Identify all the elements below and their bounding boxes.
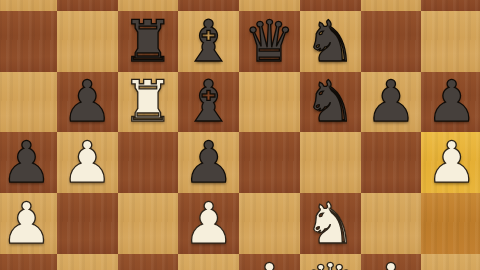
black-knight-f6[interactable]: ♞ <box>300 72 361 133</box>
black-pawn-h6[interactable]: ♟ <box>421 72 480 133</box>
square-c7[interactable]: ♜ <box>118 11 179 72</box>
square-b6[interactable]: ♟ <box>57 72 118 133</box>
white-pawn-g3[interactable]: ♟ <box>361 254 422 270</box>
square-g6[interactable]: ♟ <box>361 72 422 133</box>
square-a8[interactable] <box>0 0 57 11</box>
black-bishop-d6[interactable]: ♝ <box>178 72 239 133</box>
square-g3[interactable]: ♟ <box>361 254 422 270</box>
square-f6[interactable]: ♞ <box>300 72 361 133</box>
square-h4[interactable] <box>421 193 480 254</box>
square-f5[interactable] <box>300 132 361 193</box>
square-h7[interactable] <box>421 11 480 72</box>
square-h3[interactable] <box>421 254 480 270</box>
square-d6[interactable]: ♝ <box>178 72 239 133</box>
white-pawn-a4[interactable]: ♟ <box>0 193 57 254</box>
white-pawn-e3[interactable]: ♟ <box>239 254 300 270</box>
black-pawn-d5[interactable]: ♟ <box>178 132 239 193</box>
square-b3[interactable] <box>57 254 118 270</box>
white-rook-c6[interactable]: ♜ <box>118 72 179 133</box>
white-pawn-d4[interactable]: ♟ <box>178 193 239 254</box>
square-d5[interactable]: ♟ <box>178 132 239 193</box>
square-c5[interactable] <box>118 132 179 193</box>
square-h8[interactable] <box>421 0 480 11</box>
square-e3[interactable]: ♟ <box>239 254 300 270</box>
square-b4[interactable] <box>57 193 118 254</box>
chess-board: ♜♝♛♞♟♜♝♞♟♟♟♟♟♟♟♟♞♟♛♟♝♟ <box>0 0 480 270</box>
square-d4[interactable]: ♟ <box>178 193 239 254</box>
square-a5[interactable]: ♟ <box>0 132 57 193</box>
chess-app-viewport: ♜♝♛♞♟♜♝♞♟♟♟♟♟♟♟♟♞♟♛♟♝♟ <box>0 0 480 270</box>
square-e4[interactable] <box>239 193 300 254</box>
square-h5[interactable]: ♟ <box>421 132 480 193</box>
black-pawn-g6[interactable]: ♟ <box>361 72 422 133</box>
black-rook-c7[interactable]: ♜ <box>118 11 179 72</box>
square-e5[interactable] <box>239 132 300 193</box>
white-queen-f3[interactable]: ♛ <box>300 254 361 270</box>
square-c3[interactable] <box>118 254 179 270</box>
square-g4[interactable] <box>361 193 422 254</box>
square-b8[interactable] <box>57 0 118 11</box>
square-f4[interactable]: ♞ <box>300 193 361 254</box>
black-pawn-a5[interactable]: ♟ <box>0 132 57 193</box>
square-e7[interactable]: ♛ <box>239 11 300 72</box>
square-a4[interactable]: ♟ <box>0 193 57 254</box>
square-a6[interactable] <box>0 72 57 133</box>
square-e6[interactable] <box>239 72 300 133</box>
square-b7[interactable] <box>57 11 118 72</box>
square-a7[interactable] <box>0 11 57 72</box>
black-bishop-d7[interactable]: ♝ <box>178 11 239 72</box>
square-c4[interactable] <box>118 193 179 254</box>
square-g7[interactable] <box>361 11 422 72</box>
square-g5[interactable] <box>361 132 422 193</box>
square-f7[interactable]: ♞ <box>300 11 361 72</box>
white-pawn-b5[interactable]: ♟ <box>57 132 118 193</box>
black-pawn-b6[interactable]: ♟ <box>57 72 118 133</box>
square-d3[interactable] <box>178 254 239 270</box>
white-knight-f4[interactable]: ♞ <box>300 193 361 254</box>
square-d7[interactable]: ♝ <box>178 11 239 72</box>
square-h6[interactable]: ♟ <box>421 72 480 133</box>
black-queen-e7[interactable]: ♛ <box>239 11 300 72</box>
square-b5[interactable]: ♟ <box>57 132 118 193</box>
black-knight-f7[interactable]: ♞ <box>300 11 361 72</box>
square-a3[interactable] <box>0 254 57 270</box>
square-c6[interactable]: ♜ <box>118 72 179 133</box>
white-pawn-h5[interactable]: ♟ <box>421 132 480 193</box>
square-g8[interactable] <box>361 0 422 11</box>
square-f3[interactable]: ♛ <box>300 254 361 270</box>
